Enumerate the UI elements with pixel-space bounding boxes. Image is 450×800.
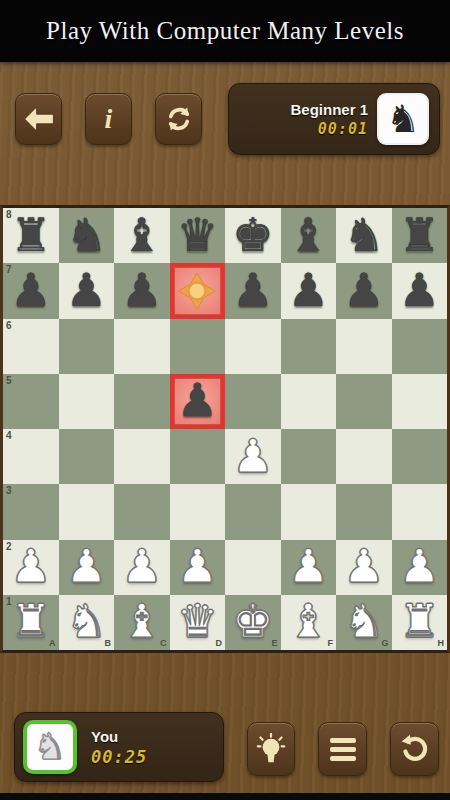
square-c4[interactable] [114, 429, 170, 484]
square-g8[interactable]: ♞ [336, 208, 392, 263]
square-g7[interactable]: ♟ [336, 263, 392, 318]
square-c1[interactable]: C♝ [114, 595, 170, 650]
square-f5[interactable] [281, 374, 337, 429]
square-d4[interactable] [170, 429, 226, 484]
square-g6[interactable] [336, 319, 392, 374]
square-d1[interactable]: D♛ [170, 595, 226, 650]
square-c5[interactable] [114, 374, 170, 429]
square-f6[interactable] [281, 319, 337, 374]
square-h8[interactable]: ♜ [392, 208, 448, 263]
opponent-avatar: ♞ [377, 93, 429, 145]
square-b3[interactable] [59, 484, 115, 539]
square-e1[interactable]: E♚ [225, 595, 281, 650]
square-a3[interactable]: 3 [3, 484, 59, 539]
black-pawn-c7: ♟ [121, 267, 162, 313]
square-h6[interactable] [392, 319, 448, 374]
chess-board: 8♜♞♝♛♚♝♞♜7♟♟♟ ♟♟♟♟65♟4♟32♟♟♟♟♟♟♟1A♜B♞C♝D… [0, 205, 450, 653]
square-f8[interactable]: ♝ [281, 208, 337, 263]
square-f3[interactable] [281, 484, 337, 539]
square-b1[interactable]: B♞ [59, 595, 115, 650]
white-pawn-f2: ♟ [288, 543, 329, 589]
opponent-name: Beginner 1 [290, 101, 368, 118]
square-d5[interactable]: ♟ [170, 374, 226, 429]
black-queen-d8: ♛ [177, 212, 218, 258]
black-rook-a8: ♜ [10, 212, 51, 258]
square-e7[interactable]: ♟ [225, 263, 281, 318]
lightbulb-icon [256, 733, 286, 765]
square-a6[interactable]: 6 [3, 319, 59, 374]
white-pawn-h2: ♟ [399, 543, 440, 589]
black-knight-icon: ♞ [386, 100, 420, 138]
player-avatar-active: ♞ [23, 720, 77, 774]
square-c8[interactable]: ♝ [114, 208, 170, 263]
square-c7[interactable]: ♟ [114, 263, 170, 318]
square-a4[interactable]: 4 [3, 429, 59, 484]
menu-button[interactable] [318, 722, 367, 776]
square-h1[interactable]: H♜ [392, 595, 448, 650]
white-pawn-e4: ♟ [232, 433, 273, 479]
white-king-e1: ♚ [232, 598, 273, 644]
flip-board-button[interactable] [155, 93, 202, 145]
player-info: You 00:25 [91, 728, 147, 767]
opponent-info: Beginner 1 00:01 [290, 101, 368, 138]
black-pawn-d5: ♟ [177, 377, 218, 423]
black-knight-b8: ♞ [66, 212, 107, 258]
square-f2[interactable]: ♟ [281, 540, 337, 595]
square-e8[interactable]: ♚ [225, 208, 281, 263]
opponent-panel: Beginner 1 00:01 ♞ [228, 83, 440, 155]
opponent-timer: 00:01 [318, 120, 368, 138]
white-pawn-d2: ♟ [177, 543, 218, 589]
square-a8[interactable]: 8♜ [3, 208, 59, 263]
undo-arrow-icon [400, 734, 430, 764]
undo-button[interactable] [390, 722, 439, 776]
white-bishop-c1: ♝ [121, 598, 162, 644]
square-b7[interactable]: ♟ [59, 263, 115, 318]
square-d6[interactable] [170, 319, 226, 374]
player-timer: 00:25 [91, 747, 147, 767]
square-g5[interactable] [336, 374, 392, 429]
square-b8[interactable]: ♞ [59, 208, 115, 263]
square-c3[interactable] [114, 484, 170, 539]
black-knight-g8: ♞ [343, 212, 384, 258]
square-e5[interactable] [225, 374, 281, 429]
square-f4[interactable] [281, 429, 337, 484]
white-rook-a1: ♜ [10, 598, 51, 644]
square-g2[interactable]: ♟ [336, 540, 392, 595]
rank-label-6: 6 [6, 321, 12, 331]
rank-label-3: 3 [6, 486, 12, 496]
square-c2[interactable]: ♟ [114, 540, 170, 595]
square-g4[interactable] [336, 429, 392, 484]
square-h7[interactable]: ♟ [392, 263, 448, 318]
white-queen-d1: ♛ [177, 598, 218, 644]
white-pawn-g2: ♟ [343, 543, 384, 589]
black-king-e8: ♚ [232, 212, 273, 258]
square-d3[interactable] [170, 484, 226, 539]
white-bishop-f1: ♝ [288, 598, 329, 644]
square-b2[interactable]: ♟ [59, 540, 115, 595]
square-e3[interactable] [225, 484, 281, 539]
white-knight-g1: ♞ [343, 598, 384, 644]
black-pawn-f7: ♟ [288, 267, 329, 313]
white-pawn-c2: ♟ [121, 543, 162, 589]
black-pawn-a7: ♟ [10, 267, 51, 313]
title-bar: Play With Computer Many Levels [0, 0, 450, 62]
square-b4[interactable] [59, 429, 115, 484]
square-a5[interactable]: 5 [3, 374, 59, 429]
square-d2[interactable]: ♟ [170, 540, 226, 595]
square-e2[interactable] [225, 540, 281, 595]
square-g3[interactable] [336, 484, 392, 539]
square-f1[interactable]: F♝ [281, 595, 337, 650]
white-rook-h1: ♜ [399, 598, 440, 644]
rank-label-5: 5 [6, 376, 12, 386]
circular-arrows-icon [164, 105, 194, 133]
square-c6[interactable] [114, 319, 170, 374]
black-pawn-g7: ♟ [343, 267, 384, 313]
hamburger-icon [330, 738, 356, 761]
black-bishop-c8: ♝ [121, 212, 162, 258]
white-pawn-a2: ♟ [10, 543, 51, 589]
square-f7[interactable]: ♟ [281, 263, 337, 318]
square-d7[interactable] [170, 263, 226, 318]
player-name: You [91, 728, 118, 745]
rank-label-4: 4 [6, 431, 12, 441]
white-pawn-b2: ♟ [66, 543, 107, 589]
white-knight-icon: ♞ [34, 729, 66, 765]
square-e4[interactable]: ♟ [225, 429, 281, 484]
left-arrow-icon [23, 106, 55, 132]
square-e6[interactable] [225, 319, 281, 374]
black-pawn-b7: ♟ [66, 267, 107, 313]
square-h5[interactable] [392, 374, 448, 429]
white-knight-b1: ♞ [66, 598, 107, 644]
square-d8[interactable]: ♛ [170, 208, 226, 263]
square-a2[interactable]: 2♟ [3, 540, 59, 595]
square-h4[interactable] [392, 429, 448, 484]
square-h2[interactable]: ♟ [392, 540, 448, 595]
back-button[interactable] [15, 93, 62, 145]
info-icon: i [105, 105, 113, 133]
black-pawn-e7: ♟ [232, 267, 273, 313]
info-button[interactable]: i [85, 93, 132, 145]
square-b6[interactable] [59, 319, 115, 374]
black-bishop-f8: ♝ [288, 212, 329, 258]
player-panel: ♞ You 00:25 [14, 712, 224, 782]
black-rook-h8: ♜ [399, 212, 440, 258]
square-g1[interactable]: G♞ [336, 595, 392, 650]
hint-button[interactable] [247, 722, 295, 776]
chess-app: Play With Computer Many Levels i Beginne… [0, 0, 450, 800]
move-origin-icon [177, 271, 217, 311]
square-a7[interactable]: 7♟ [3, 263, 59, 318]
page-title: Play With Computer Many Levels [46, 17, 404, 45]
black-pawn-h7: ♟ [399, 267, 440, 313]
square-a1[interactable]: 1A♜ [3, 595, 59, 650]
bottom-edge-bar [0, 793, 450, 800]
square-h3[interactable] [392, 484, 448, 539]
square-b5[interactable] [59, 374, 115, 429]
